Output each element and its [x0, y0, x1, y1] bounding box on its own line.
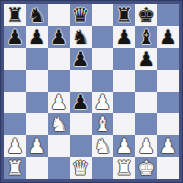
square-e5[interactable] — [92, 70, 114, 92]
piece-black-pawn[interactable]: ♟ — [6, 26, 24, 46]
square-a4[interactable] — [4, 92, 26, 114]
piece-black-bishop[interactable]: ♝ — [137, 26, 155, 46]
square-h2[interactable]: ♟ — [157, 135, 179, 157]
square-a2[interactable]: ♟ — [4, 135, 26, 157]
square-a5[interactable] — [4, 70, 26, 92]
square-e7[interactable] — [92, 26, 114, 48]
square-c2[interactable] — [48, 135, 70, 157]
square-e2[interactable]: ♞ — [92, 135, 114, 157]
piece-white-king[interactable]: ♚ — [137, 158, 155, 178]
piece-white-queen[interactable]: ♛ — [72, 158, 90, 178]
square-g1[interactable]: ♚ — [135, 157, 157, 179]
piece-white-rook[interactable]: ♜ — [6, 158, 24, 178]
square-g8[interactable]: ♚ — [135, 4, 157, 26]
square-c5[interactable] — [48, 70, 70, 92]
piece-white-knight[interactable]: ♞ — [50, 114, 68, 134]
square-b3[interactable] — [26, 113, 48, 135]
piece-black-pawn[interactable]: ♟ — [72, 48, 90, 68]
square-h5[interactable] — [157, 70, 179, 92]
square-d3[interactable] — [70, 113, 92, 135]
square-d1[interactable]: ♛ — [70, 157, 92, 179]
square-d2[interactable] — [70, 135, 92, 157]
piece-white-pawn[interactable]: ♟ — [159, 136, 177, 156]
piece-white-pawn[interactable]: ♟ — [137, 136, 155, 156]
square-g5[interactable] — [135, 70, 157, 92]
square-g3[interactable] — [135, 113, 157, 135]
square-c4[interactable]: ♟ — [48, 92, 70, 114]
square-a6[interactable] — [4, 48, 26, 70]
square-b2[interactable]: ♟ — [26, 135, 48, 157]
square-f8[interactable]: ♜ — [113, 4, 135, 26]
square-f1[interactable]: ♜ — [113, 157, 135, 179]
square-e4[interactable]: ♟ — [92, 92, 114, 114]
chess-board-frame: ♜♞♛♜♚♟♟♟♞♟♝♟♟♟♟♟♟♞♝♟♟♞♟♟♟♜♛♜♚ — [0, 0, 183, 183]
square-d7[interactable]: ♞ — [70, 26, 92, 48]
chess-board: ♜♞♛♜♚♟♟♟♞♟♝♟♟♟♟♟♟♞♝♟♟♞♟♟♟♜♛♜♚ — [4, 4, 179, 179]
square-h1[interactable] — [157, 157, 179, 179]
square-g2[interactable]: ♟ — [135, 135, 157, 157]
square-f6[interactable] — [113, 48, 135, 70]
piece-black-pawn[interactable]: ♟ — [137, 48, 155, 68]
piece-white-pawn[interactable]: ♟ — [93, 92, 111, 112]
square-e1[interactable] — [92, 157, 114, 179]
piece-black-pawn[interactable]: ♟ — [72, 92, 90, 112]
square-a3[interactable] — [4, 113, 26, 135]
square-g6[interactable]: ♟ — [135, 48, 157, 70]
square-h6[interactable] — [157, 48, 179, 70]
piece-white-bishop[interactable]: ♝ — [93, 114, 111, 134]
square-e8[interactable] — [92, 4, 114, 26]
piece-black-pawn[interactable]: ♟ — [159, 26, 177, 46]
piece-black-rook[interactable]: ♜ — [115, 4, 133, 24]
square-d6[interactable]: ♟ — [70, 48, 92, 70]
square-h8[interactable] — [157, 4, 179, 26]
square-b4[interactable] — [26, 92, 48, 114]
piece-black-knight[interactable]: ♞ — [28, 4, 46, 24]
square-a7[interactable]: ♟ — [4, 26, 26, 48]
piece-black-knight[interactable]: ♞ — [72, 26, 90, 46]
square-g7[interactable]: ♝ — [135, 26, 157, 48]
piece-white-rook[interactable]: ♜ — [115, 158, 133, 178]
square-a8[interactable]: ♜ — [4, 4, 26, 26]
piece-black-pawn[interactable]: ♟ — [50, 26, 68, 46]
square-c1[interactable] — [48, 157, 70, 179]
square-d5[interactable] — [70, 70, 92, 92]
piece-white-pawn[interactable]: ♟ — [115, 136, 133, 156]
square-e3[interactable]: ♝ — [92, 113, 114, 135]
piece-black-king[interactable]: ♚ — [137, 4, 155, 24]
square-e6[interactable] — [92, 48, 114, 70]
piece-black-queen[interactable]: ♛ — [72, 4, 90, 24]
square-f2[interactable]: ♟ — [113, 135, 135, 157]
square-b5[interactable] — [26, 70, 48, 92]
square-h4[interactable] — [157, 92, 179, 114]
square-a1[interactable]: ♜ — [4, 157, 26, 179]
square-c7[interactable]: ♟ — [48, 26, 70, 48]
square-f7[interactable]: ♟ — [113, 26, 135, 48]
piece-black-pawn[interactable]: ♟ — [28, 26, 46, 46]
square-f3[interactable] — [113, 113, 135, 135]
square-d4[interactable]: ♟ — [70, 92, 92, 114]
square-b8[interactable]: ♞ — [26, 4, 48, 26]
piece-black-pawn[interactable]: ♟ — [115, 26, 133, 46]
square-f5[interactable] — [113, 70, 135, 92]
piece-black-rook[interactable]: ♜ — [6, 4, 24, 24]
square-b6[interactable] — [26, 48, 48, 70]
square-d8[interactable]: ♛ — [70, 4, 92, 26]
square-f4[interactable] — [113, 92, 135, 114]
piece-white-pawn[interactable]: ♟ — [50, 92, 68, 112]
square-g4[interactable] — [135, 92, 157, 114]
piece-white-pawn[interactable]: ♟ — [28, 136, 46, 156]
square-h7[interactable]: ♟ — [157, 26, 179, 48]
square-b7[interactable]: ♟ — [26, 26, 48, 48]
piece-white-pawn[interactable]: ♟ — [6, 136, 24, 156]
square-c8[interactable] — [48, 4, 70, 26]
square-h3[interactable] — [157, 113, 179, 135]
piece-white-knight[interactable]: ♞ — [93, 136, 111, 156]
square-c3[interactable]: ♞ — [48, 113, 70, 135]
square-b1[interactable] — [26, 157, 48, 179]
square-c6[interactable] — [48, 48, 70, 70]
